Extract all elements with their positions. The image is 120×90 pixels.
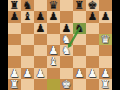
black-pawn: ♟ (49, 11, 59, 22)
square-h6[interactable] (99, 23, 112, 34)
square-c8[interactable] (34, 0, 47, 11)
square-e7[interactable] (60, 11, 73, 22)
black-pawn: ♟ (101, 11, 111, 22)
square-f8[interactable]: ♜ (73, 0, 86, 11)
black-pawn: ♟ (36, 23, 46, 34)
black-pawn: ♟ (62, 23, 72, 34)
black-rook: ♜ (10, 0, 20, 11)
square-b2[interactable]: ♟ (21, 68, 34, 79)
square-a2[interactable]: ♟ (8, 68, 21, 79)
square-e8[interactable] (60, 0, 73, 11)
white-pawn: ♟ (101, 68, 111, 79)
black-rook: ♜ (75, 0, 85, 11)
white-pawn: ♟ (75, 68, 85, 79)
square-a4[interactable] (8, 45, 21, 56)
square-d7[interactable]: ♟ (47, 11, 60, 22)
white-pawn: ♟ (88, 68, 98, 79)
square-a7[interactable]: ♟ (8, 11, 21, 22)
chess-board: ♜♞♛♜♚♟♝♟♟♟♟♟♟♞♞♛♟♞♝♟♟♟♟♟♟♜♚♜ (8, 0, 112, 90)
square-b6[interactable] (21, 23, 34, 34)
square-d8[interactable]: ♛ (47, 0, 60, 11)
square-c4[interactable] (34, 45, 47, 56)
square-g7[interactable]: ♟ (86, 11, 99, 22)
white-pawn: ♟ (23, 68, 33, 79)
square-g5[interactable] (86, 34, 99, 45)
square-h1[interactable]: ♜ (99, 79, 112, 90)
square-f7[interactable] (73, 11, 86, 22)
square-b7[interactable]: ♝ (21, 11, 34, 22)
square-g1[interactable] (86, 79, 99, 90)
square-d3[interactable]: ♝ (47, 56, 60, 67)
square-f2[interactable]: ♟ (73, 68, 86, 79)
square-e1[interactable]: ♚ (60, 79, 73, 90)
letterbox-left (0, 0, 8, 90)
square-c2[interactable]: ♟ (34, 68, 47, 79)
square-g8[interactable]: ♚ (86, 0, 99, 11)
square-c3[interactable] (34, 56, 47, 67)
square-h3[interactable] (99, 56, 112, 67)
square-a1[interactable]: ♜ (8, 79, 21, 90)
square-h8[interactable] (99, 0, 112, 11)
square-g3[interactable] (86, 56, 99, 67)
black-pawn: ♟ (36, 11, 46, 22)
white-bishop: ♝ (49, 56, 59, 67)
square-c7[interactable]: ♟ (34, 11, 47, 22)
square-a5[interactable] (8, 34, 21, 45)
square-e5[interactable]: ♞ (60, 34, 73, 45)
square-f5[interactable] (73, 34, 86, 45)
square-h2[interactable]: ♟ (99, 68, 112, 79)
square-f1[interactable] (73, 79, 86, 90)
white-knight: ♞ (62, 45, 72, 56)
square-c5[interactable] (34, 34, 47, 45)
square-b3[interactable] (21, 56, 34, 67)
white-pawn: ♟ (49, 45, 59, 56)
white-queen: ♛ (101, 34, 111, 45)
square-f3[interactable] (73, 56, 86, 67)
square-h4[interactable] (99, 45, 112, 56)
square-c1[interactable] (34, 79, 47, 90)
black-pawn: ♟ (88, 11, 98, 22)
square-g2[interactable]: ♟ (86, 68, 99, 79)
square-a8[interactable]: ♜ (8, 0, 21, 11)
square-g6[interactable] (86, 23, 99, 34)
square-d5[interactable] (47, 34, 60, 45)
square-f6[interactable]: ♞ (73, 23, 86, 34)
white-knight: ♞ (62, 34, 72, 45)
black-king: ♚ (88, 0, 98, 11)
square-a6[interactable] (8, 23, 21, 34)
square-c6[interactable]: ♟ (34, 23, 47, 34)
square-f4[interactable] (73, 45, 86, 56)
letterbox-right (112, 0, 120, 90)
square-e3[interactable] (60, 56, 73, 67)
square-h7[interactable]: ♟ (99, 11, 112, 22)
square-d4[interactable]: ♟ (47, 45, 60, 56)
black-pawn: ♟ (10, 11, 20, 22)
square-h5[interactable]: ♛ (99, 34, 112, 45)
square-g4[interactable] (86, 45, 99, 56)
square-b8[interactable]: ♞ (21, 0, 34, 11)
square-e4[interactable]: ♞ (60, 45, 73, 56)
square-d6[interactable] (47, 23, 60, 34)
white-rook: ♜ (101, 79, 111, 90)
square-e6[interactable]: ♟ (60, 23, 73, 34)
black-knight: ♞ (23, 0, 33, 11)
black-queen: ♛ (49, 0, 59, 11)
white-pawn: ♟ (36, 68, 46, 79)
square-e2[interactable] (60, 68, 73, 79)
white-rook: ♜ (10, 79, 20, 90)
black-bishop: ♝ (23, 11, 33, 22)
square-b1[interactable] (21, 79, 34, 90)
white-pawn: ♟ (10, 68, 20, 79)
square-d1[interactable] (47, 79, 60, 90)
square-b5[interactable] (21, 34, 34, 45)
square-d2[interactable] (47, 68, 60, 79)
square-a3[interactable] (8, 56, 21, 67)
white-king: ♚ (62, 79, 72, 90)
black-knight: ♞ (75, 23, 85, 34)
square-b4[interactable] (21, 45, 34, 56)
